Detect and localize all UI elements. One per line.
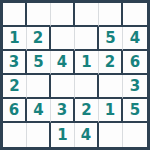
cell-r3c5[interactable]: 2 — [99, 51, 123, 75]
cell-r5c5[interactable]: 1 — [99, 99, 123, 123]
cell-r5c6[interactable]: 5 — [123, 99, 147, 123]
cell-r1c1[interactable] — [3, 3, 27, 27]
cell-r2c4[interactable] — [75, 27, 99, 51]
cell-r1c4[interactable] — [75, 3, 99, 27]
cell-r3c6[interactable]: 6 — [123, 51, 147, 75]
cell-r4c5[interactable] — [99, 75, 123, 99]
cell-r6c3[interactable]: 1 — [51, 123, 75, 147]
cell-r3c4[interactable]: 1 — [75, 51, 99, 75]
cell-r1c6[interactable] — [123, 3, 147, 27]
cell-r4c6[interactable]: 3 — [123, 75, 147, 99]
cell-r4c3[interactable] — [51, 75, 75, 99]
bricks-puzzle-board: 12543541262364321514 — [0, 0, 150, 150]
cell-r5c2[interactable]: 4 — [27, 99, 51, 123]
cell-r1c3[interactable] — [51, 3, 75, 27]
cell-r3c2[interactable]: 5 — [27, 51, 51, 75]
cell-r1c5[interactable] — [99, 3, 123, 27]
cell-r4c2[interactable] — [27, 75, 51, 99]
cell-r2c1[interactable]: 1 — [3, 27, 27, 51]
cell-r2c3[interactable] — [51, 27, 75, 51]
cell-r4c1[interactable]: 2 — [3, 75, 27, 99]
cell-r2c5[interactable]: 5 — [99, 27, 123, 51]
cell-r6c5[interactable] — [99, 123, 123, 147]
cell-r5c1[interactable]: 6 — [3, 99, 27, 123]
cell-r6c6[interactable] — [123, 123, 147, 147]
cell-r2c6[interactable]: 4 — [123, 27, 147, 51]
cell-r6c4[interactable]: 4 — [75, 123, 99, 147]
cell-r3c1[interactable]: 3 — [3, 51, 27, 75]
cell-r1c2[interactable] — [27, 3, 51, 27]
cell-r5c4[interactable]: 2 — [75, 99, 99, 123]
cell-r4c4[interactable] — [75, 75, 99, 99]
cell-r6c1[interactable] — [3, 123, 27, 147]
cell-r2c2[interactable]: 2 — [27, 27, 51, 51]
cell-r5c3[interactable]: 3 — [51, 99, 75, 123]
cell-r3c3[interactable]: 4 — [51, 51, 75, 75]
cell-r6c2[interactable] — [27, 123, 51, 147]
